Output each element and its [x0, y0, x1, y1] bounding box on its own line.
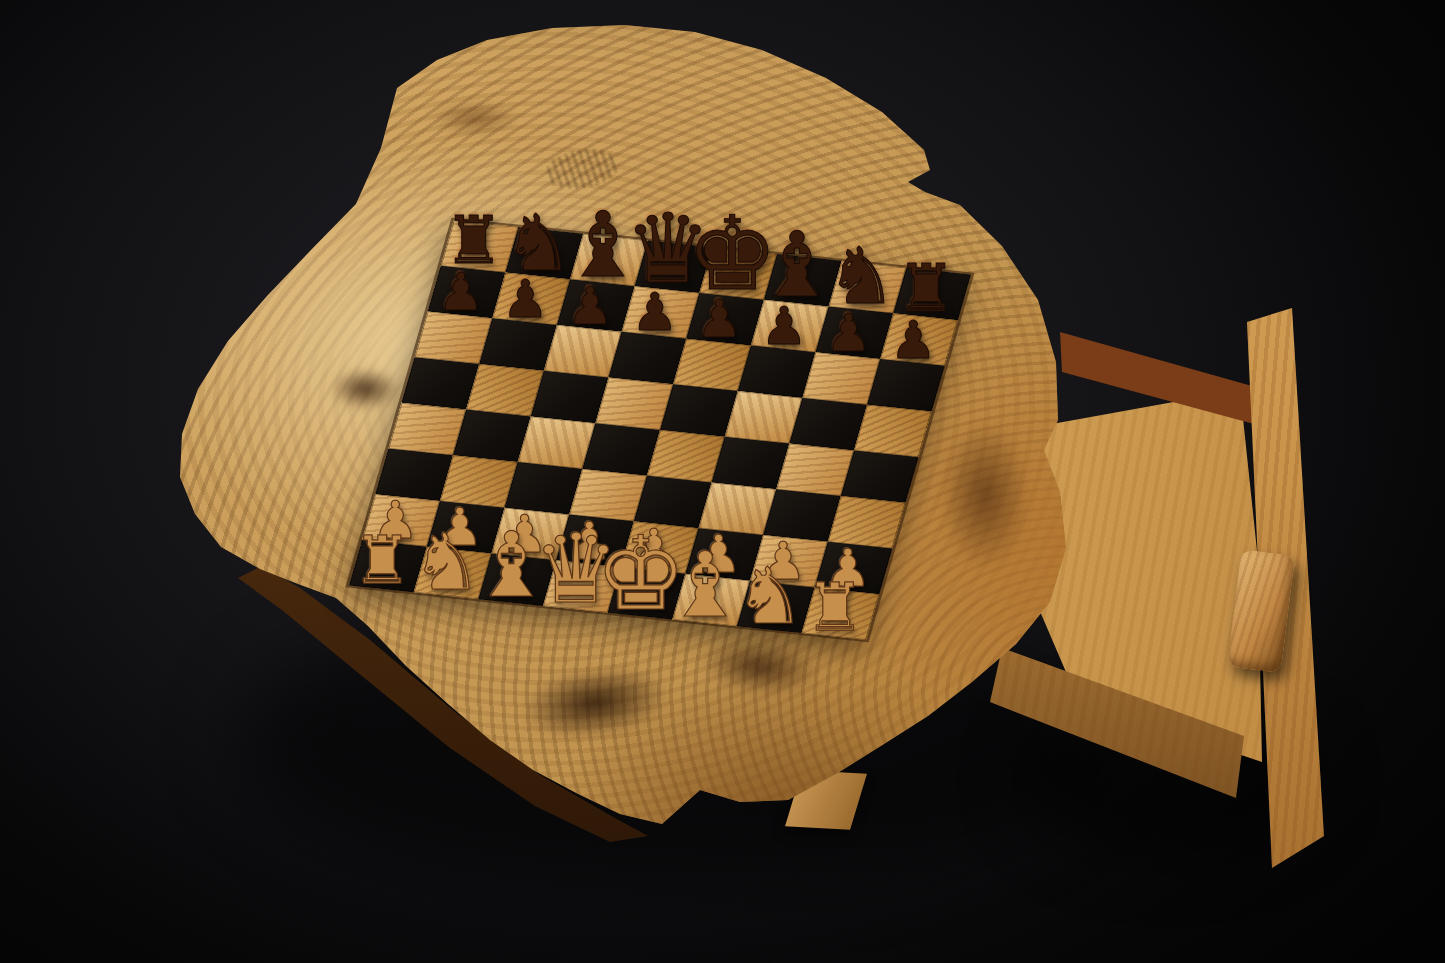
piece-black-pawn[interactable]: ♟: [825, 309, 872, 356]
piece-black-pawn[interactable]: ♟: [502, 275, 549, 322]
square-h6[interactable]: [867, 359, 945, 411]
square-h7[interactable]: ♟: [880, 313, 958, 365]
chess-set-photo: ♜♞♝♛♚♝♞♜♟♟♟♟♟♟♟♟♟♟♟♟♟♟♟♟♜♞♝♛♚♝♞♜: [0, 0, 1445, 963]
chess-board: ♜♞♝♛♚♝♞♜♟♟♟♟♟♟♟♟♟♟♟♟♟♟♟♟♜♞♝♛♚♝♞♜: [349, 220, 971, 640]
square-h4[interactable]: [841, 450, 919, 502]
piece-black-pawn[interactable]: ♟: [890, 316, 937, 363]
piece-black-knight[interactable]: ♞: [826, 242, 896, 312]
piece-white-rook[interactable]: ♜: [805, 578, 864, 637]
piece-black-pawn[interactable]: ♟: [760, 303, 807, 350]
wood-knot: [940, 420, 1030, 570]
piece-black-pawn[interactable]: ♟: [437, 269, 484, 316]
wood-knot: [330, 368, 400, 410]
square-h1[interactable]: ♜: [802, 587, 880, 639]
piece-white-knight[interactable]: ♞: [735, 561, 805, 631]
wood-knot: [430, 100, 520, 136]
square-h5[interactable]: [854, 405, 932, 457]
piece-black-pawn[interactable]: ♟: [566, 282, 613, 329]
piece-white-bishop[interactable]: ♝: [665, 544, 746, 625]
piece-black-pawn[interactable]: ♟: [631, 289, 678, 336]
piece-black-bishop[interactable]: ♝: [756, 225, 837, 306]
piece-white-rook[interactable]: ♜: [352, 531, 411, 590]
piece-black-pawn[interactable]: ♟: [696, 296, 743, 343]
